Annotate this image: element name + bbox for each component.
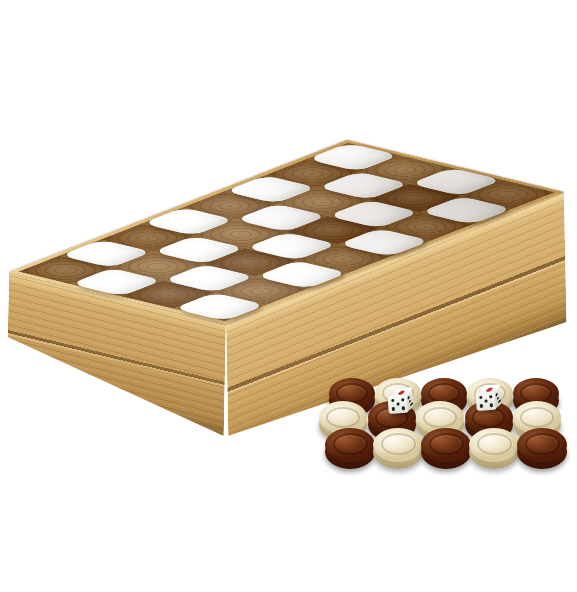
die[interactable] (475, 383, 503, 415)
die-pip (392, 407, 395, 410)
die-pip (396, 403, 399, 406)
die-pip (480, 404, 483, 407)
die[interactable] (387, 386, 415, 418)
checker-cream[interactable] (373, 428, 423, 469)
die-pip (498, 399, 500, 403)
checker-top (469, 428, 519, 462)
die-side-face (407, 390, 414, 412)
checkers-tray (0, 0, 577, 592)
checker-brown[interactable] (325, 428, 375, 469)
die-pip (402, 406, 405, 409)
die-pip (391, 399, 394, 402)
checker-brown[interactable] (517, 428, 567, 469)
checker-top (517, 428, 567, 462)
die-pip (479, 396, 482, 399)
die-pip (401, 398, 404, 401)
checker-brown[interactable] (421, 428, 471, 469)
checker-top (325, 428, 375, 462)
die-pip (484, 400, 487, 403)
product-photo (0, 0, 577, 592)
die-side-face (495, 387, 502, 409)
die-pip (489, 395, 492, 398)
die-front-face (388, 395, 409, 414)
die-pip (490, 403, 493, 406)
die-pip (410, 402, 412, 406)
checker-top (421, 428, 471, 462)
checker-top (373, 428, 423, 462)
checker-cream[interactable] (469, 428, 519, 469)
die-front-face (476, 392, 497, 411)
